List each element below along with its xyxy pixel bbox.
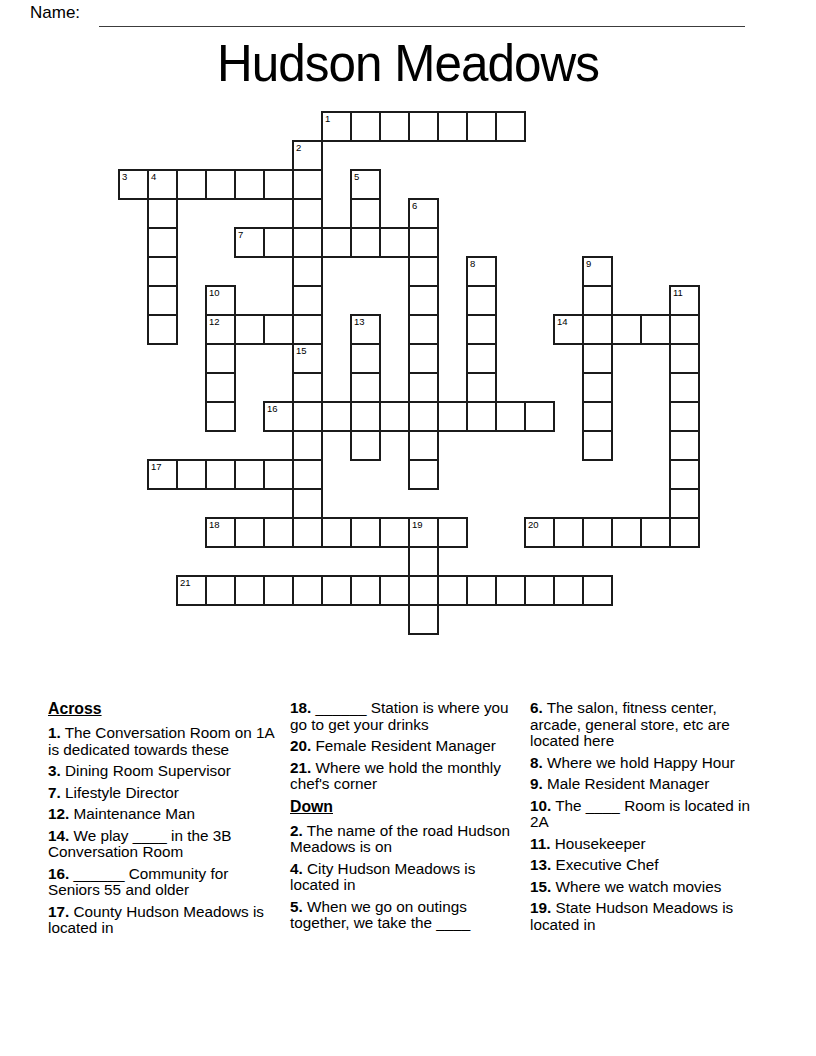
grid-cell[interactable]: 3 [118, 169, 149, 200]
clue-number: 15 [296, 345, 307, 356]
grid-cell[interactable] [408, 227, 439, 258]
crossword-grid: 123456789101112131415161718192021 [118, 111, 700, 635]
grid-cell[interactable] [466, 111, 497, 142]
grid-cell[interactable]: 7 [234, 227, 265, 258]
grid-cell[interactable]: 19 [408, 517, 439, 548]
clue-9: 9. Male Resident Manager [530, 776, 766, 793]
grid-cell[interactable] [408, 401, 439, 432]
clue-3: 3. Dining Room Supervisor [48, 763, 280, 780]
grid-cell[interactable] [205, 169, 236, 200]
clue-20-number: 20. [290, 737, 311, 754]
grid-cell[interactable] [147, 285, 178, 316]
grid-cell[interactable] [147, 198, 178, 229]
grid-cell[interactable] [350, 227, 381, 258]
clue-number: 6 [412, 200, 417, 211]
grid-cell[interactable] [205, 575, 236, 606]
clue-4: 4. City Hudson Meadows is located in [290, 861, 514, 894]
grid-cell[interactable]: 8 [466, 256, 497, 287]
grid-cell[interactable] [379, 111, 410, 142]
grid-cell[interactable] [205, 343, 236, 374]
grid-cell[interactable] [582, 372, 613, 403]
clue-8-number: 8. [530, 754, 543, 771]
clue-21-number: 21. [290, 759, 311, 776]
grid-cell[interactable] [292, 459, 323, 490]
grid-cell[interactable] [640, 314, 671, 345]
grid-cell[interactable] [669, 488, 700, 519]
clue-14-number: 14. [48, 827, 69, 844]
grid-cell[interactable]: 4 [147, 169, 178, 200]
grid-cell[interactable]: 18 [205, 517, 236, 548]
clue-17: 17. County Hudson Meadows is located in [48, 904, 280, 937]
grid-cell[interactable] [582, 285, 613, 316]
name-fill-in-line[interactable] [99, 8, 745, 27]
clue-7-number: 7. [48, 784, 61, 801]
clue-12-number: 12. [48, 805, 69, 822]
grid-cell[interactable] [553, 517, 584, 548]
clue-number: 16 [267, 403, 278, 414]
grid-cell[interactable] [205, 372, 236, 403]
grid-cell[interactable] [669, 401, 700, 432]
clue-number: 10 [209, 287, 220, 298]
clue-number: 5 [354, 171, 359, 182]
grid-cell[interactable] [669, 343, 700, 374]
clue-number: 21 [180, 577, 191, 588]
clue-column-1: Across1. The Conversation Room on 1A is … [48, 700, 280, 942]
clue-11: 11. Housekeeper [530, 836, 766, 853]
grid-cell[interactable] [176, 169, 207, 200]
clue-number: 12 [209, 316, 220, 327]
clue-column-3: 6. The salon, fitness center, arcade, ge… [530, 700, 766, 938]
clue-16: 16. ______ Community for Seniors 55 and … [48, 866, 280, 899]
clue-number: 17 [151, 461, 162, 472]
grid-cell[interactable] [263, 169, 294, 200]
grid-cell[interactable]: 12 [205, 314, 236, 345]
grid-cell[interactable] [466, 314, 497, 345]
grid-cell[interactable] [582, 517, 613, 548]
clue-13-number: 13. [530, 856, 551, 873]
clue-20: 20. Female Resident Manager [290, 738, 514, 755]
grid-cell[interactable] [408, 430, 439, 461]
grid-cell[interactable] [466, 343, 497, 374]
clue-12: 12. Maintenance Man [48, 806, 280, 823]
clue-number: 9 [586, 258, 591, 269]
grid-cell[interactable] [379, 517, 410, 548]
grid-cell[interactable] [350, 517, 381, 548]
grid-cell[interactable] [466, 401, 497, 432]
grid-cell[interactable] [437, 575, 468, 606]
clue-19-number: 19. [530, 899, 551, 916]
name-label: Name: [30, 3, 80, 23]
grid-cell[interactable]: 17 [147, 459, 178, 490]
clue-number: 14 [557, 316, 568, 327]
grid-cell[interactable] [263, 314, 294, 345]
grid-cell[interactable] [147, 227, 178, 258]
clue-16-number: 16. [48, 865, 69, 882]
clue-number: 13 [354, 316, 365, 327]
clue-number: 3 [122, 171, 127, 182]
grid-cell[interactable] [350, 343, 381, 374]
grid-cell[interactable] [582, 401, 613, 432]
grid-cell[interactable] [611, 517, 642, 548]
grid-cell[interactable] [292, 227, 323, 258]
grid-cell[interactable] [611, 314, 642, 345]
clue-2: 2. The name of the road Hudson Meadows i… [290, 823, 514, 856]
grid-cell[interactable] [176, 459, 207, 490]
grid-cell[interactable] [263, 517, 294, 548]
grid-cell[interactable] [408, 256, 439, 287]
down-header: Down [290, 798, 514, 816]
grid-cell[interactable] [669, 314, 700, 345]
grid-cell[interactable] [582, 575, 613, 606]
grid-cell[interactable] [408, 314, 439, 345]
grid-cell[interactable] [321, 401, 352, 432]
clue-3-number: 3. [48, 762, 61, 779]
grid-cell[interactable] [350, 401, 381, 432]
clue-10: 10. The ____ Room is located in 2A [530, 798, 766, 831]
grid-cell[interactable]: 10 [205, 285, 236, 316]
grid-cell[interactable] [350, 198, 381, 229]
clue-1: 1. The Conversation Room on 1A is dedica… [48, 725, 280, 758]
grid-cell[interactable] [553, 575, 584, 606]
grid-cell[interactable] [350, 111, 381, 142]
clue-number: 18 [209, 519, 220, 530]
grid-cell[interactable] [437, 517, 468, 548]
grid-cell[interactable] [205, 459, 236, 490]
grid-cell[interactable] [495, 575, 526, 606]
grid-cell[interactable]: 14 [553, 314, 584, 345]
grid-cell[interactable] [234, 517, 265, 548]
grid-cell[interactable] [408, 343, 439, 374]
worksheet-page: Name: Hudson Meadows 1234567891011121314… [0, 0, 816, 1056]
grid-cell[interactable]: 15 [292, 343, 323, 374]
clue-5-number: 5. [290, 898, 303, 915]
grid-cell[interactable] [437, 401, 468, 432]
grid-cell[interactable] [263, 227, 294, 258]
clue-18: 18. ______ Station is where you go to ge… [290, 700, 514, 733]
grid-cell[interactable] [234, 169, 265, 200]
grid-cell[interactable] [147, 314, 178, 345]
grid-cell[interactable] [379, 401, 410, 432]
clue-10-number: 10. [530, 797, 551, 814]
grid-cell[interactable] [321, 227, 352, 258]
grid-cell[interactable]: 2 [292, 140, 323, 171]
grid-cell[interactable] [437, 111, 468, 142]
grid-cell[interactable] [466, 575, 497, 606]
clue-1-number: 1. [48, 724, 61, 741]
grid-cell[interactable] [147, 256, 178, 287]
grid-cell[interactable] [350, 430, 381, 461]
clue-11-number: 11. [530, 835, 550, 852]
grid-cell[interactable] [466, 372, 497, 403]
grid-cell[interactable] [321, 575, 352, 606]
grid-cell[interactable] [350, 575, 381, 606]
clue-18-number: 18. [290, 699, 311, 716]
clue-number: 8 [470, 258, 475, 269]
grid-cell[interactable] [408, 459, 439, 490]
clue-14: 14. We play ____ in the 3B Conversation … [48, 828, 280, 861]
clue-number: 1 [325, 113, 330, 124]
clue-number: 19 [412, 519, 423, 530]
clue-13: 13. Executive Chef [530, 857, 766, 874]
grid-cell[interactable]: 20 [524, 517, 555, 548]
grid-cell[interactable] [234, 459, 265, 490]
grid-cell[interactable] [408, 372, 439, 403]
grid-cell[interactable] [234, 575, 265, 606]
clue-2-number: 2. [290, 822, 303, 839]
grid-cell[interactable] [524, 575, 555, 606]
grid-cell[interactable] [292, 285, 323, 316]
grid-cell[interactable] [495, 401, 526, 432]
grid-cell[interactable] [669, 372, 700, 403]
clue-15: 15. Where we watch movies [530, 879, 766, 896]
clue-column-2: 18. ______ Station is where you go to ge… [290, 700, 514, 937]
grid-cell[interactable] [292, 430, 323, 461]
grid-cell[interactable]: 16 [263, 401, 294, 432]
grid-cell[interactable] [292, 169, 323, 200]
grid-cell[interactable] [292, 517, 323, 548]
grid-cell[interactable] [292, 256, 323, 287]
clue-number: 4 [151, 171, 156, 182]
clue-6: 6. The salon, fitness center, arcade, ge… [530, 700, 766, 750]
grid-cell[interactable] [292, 314, 323, 345]
grid-cell[interactable]: 5 [350, 169, 381, 200]
grid-cell[interactable] [205, 401, 236, 432]
grid-cell[interactable] [495, 111, 526, 142]
clue-19: 19. State Hudson Meadows is located in [530, 900, 766, 933]
grid-cell[interactable] [408, 111, 439, 142]
grid-cell[interactable] [408, 285, 439, 316]
grid-cell[interactable] [292, 372, 323, 403]
grid-cell[interactable] [350, 372, 381, 403]
grid-cell[interactable]: 13 [350, 314, 381, 345]
clue-number: 20 [528, 519, 539, 530]
across-header: Across [48, 700, 280, 718]
grid-cell[interactable]: 9 [582, 256, 613, 287]
grid-cell[interactable] [582, 314, 613, 345]
grid-cell[interactable] [669, 517, 700, 548]
clue-15-number: 15. [530, 878, 551, 895]
grid-cell[interactable] [669, 430, 700, 461]
clue-4-number: 4. [290, 860, 303, 877]
grid-cell[interactable] [321, 517, 352, 548]
grid-cell[interactable] [466, 285, 497, 316]
grid-cell[interactable]: 21 [176, 575, 207, 606]
grid-cell[interactable] [292, 198, 323, 229]
grid-cell[interactable] [292, 401, 323, 432]
puzzle-title: Hudson Meadows [20, 33, 795, 93]
grid-cell[interactable]: 11 [669, 285, 700, 316]
grid-cell[interactable] [582, 430, 613, 461]
clue-21: 21. Where we hold the monthly chef's cor… [290, 760, 514, 793]
grid-cell[interactable] [408, 575, 439, 606]
clue-number: 11 [673, 287, 683, 298]
clue-6-number: 6. [530, 699, 543, 716]
grid-cell[interactable] [379, 575, 410, 606]
clue-number: 2 [296, 142, 301, 153]
grid-cell[interactable] [524, 401, 555, 432]
grid-cell[interactable] [669, 459, 700, 490]
grid-cell[interactable]: 1 [321, 111, 352, 142]
clue-number: 7 [238, 229, 243, 240]
grid-cell[interactable] [263, 459, 294, 490]
grid-cell[interactable] [263, 575, 294, 606]
clue-8: 8. Where we hold Happy Hour [530, 755, 766, 772]
grid-cell[interactable] [379, 227, 410, 258]
clue-5: 5. When we go on outings together, we ta… [290, 899, 514, 932]
clue-17-number: 17. [48, 903, 69, 920]
grid-cell[interactable]: 6 [408, 198, 439, 229]
clue-9-number: 9. [530, 775, 543, 792]
grid-cell[interactable] [640, 517, 671, 548]
clue-7: 7. Lifestyle Director [48, 785, 280, 802]
grid-cell[interactable] [292, 575, 323, 606]
grid-cell[interactable] [408, 546, 439, 577]
grid-cell[interactable] [408, 604, 439, 635]
grid-cell[interactable] [292, 488, 323, 519]
grid-cell[interactable] [582, 343, 613, 374]
grid-cell[interactable] [234, 314, 265, 345]
